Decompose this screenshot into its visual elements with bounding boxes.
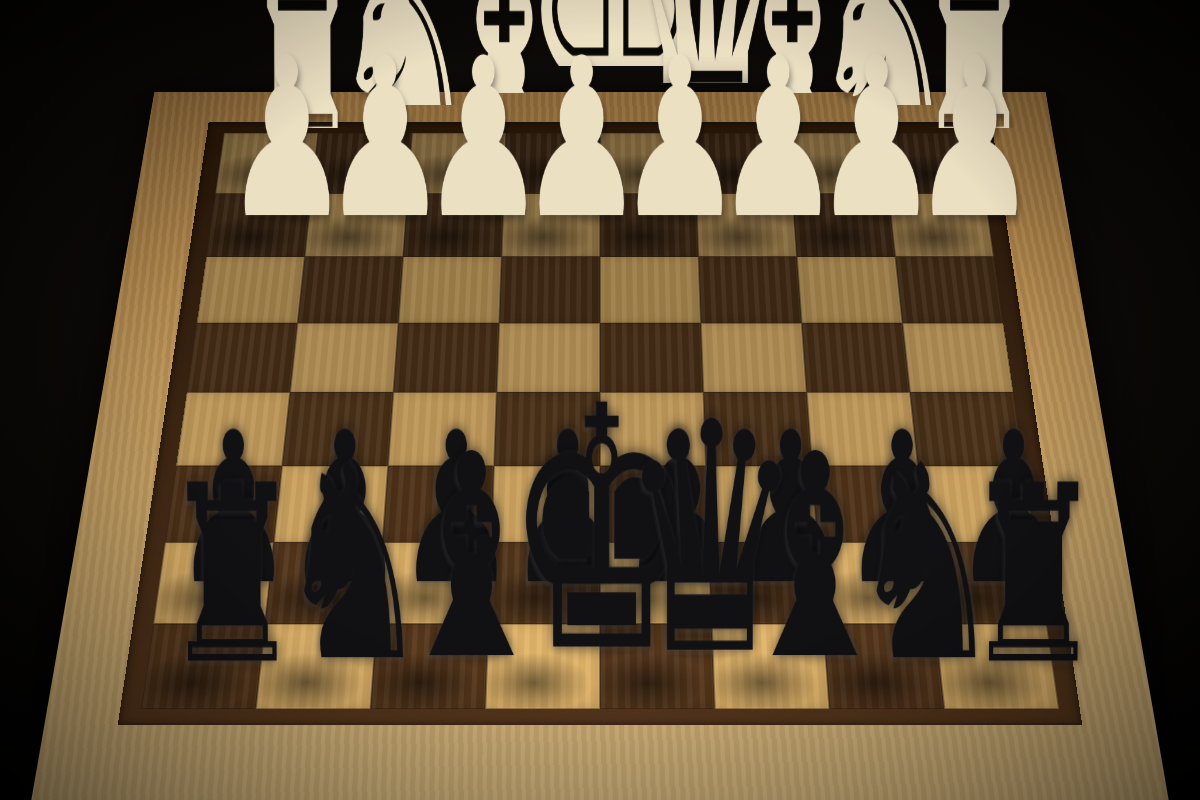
square-f4[interactable] [393,323,499,393]
piece-black-king[interactable]: ♚ [505,363,581,699]
piece-black-knight[interactable]: ♞ [848,429,924,698]
square-h2[interactable]: ♟ [206,193,311,256]
square-b3[interactable] [797,257,903,323]
piece-black-queen[interactable]: ♛ [619,381,695,698]
chessboard[interactable]: ♜♞♝♚♛♝♞♜♟♟♟♟♟♟♟♟♟♟♟♟♟♟♟♟♜♞♝♚♛♝♞♜ [141,133,1059,709]
piece-white-pawn[interactable]: ♟ [911,29,976,249]
piece-black-rook[interactable]: ♜ [963,453,1039,699]
square-h3[interactable] [197,257,305,323]
square-c3[interactable] [698,257,801,323]
piece-white-pawn[interactable]: ♟ [617,29,682,249]
piece-white-pawn[interactable]: ♟ [518,29,583,249]
piece-white-pawn[interactable]: ♟ [322,29,387,249]
piece-white-pawn[interactable]: ♟ [813,29,878,249]
square-b4[interactable] [802,323,910,393]
square-h8[interactable]: ♜ [141,623,265,709]
piece-white-pawn[interactable]: ♟ [223,29,288,249]
piece-white-pawn[interactable]: ♟ [420,29,485,249]
piece-black-bishop[interactable]: ♝ [734,418,810,699]
square-f3[interactable] [398,257,501,323]
square-h4[interactable] [187,323,298,393]
piece-black-knight[interactable]: ♞ [276,429,352,698]
board-frame: ♜♞♝♚♛♝♞♜♟♟♟♟♟♟♟♟♟♟♟♟♟♟♟♟♜♞♝♚♛♝♞♜ [21,92,1178,800]
board-inner-border: ♜♞♝♚♛♝♞♜♟♟♟♟♟♟♟♟♟♟♟♟♟♟♟♟♜♞♝♚♛♝♞♜ [118,122,1083,725]
photo-stage: ♜♞♝♚♛♝♞♜♟♟♟♟♟♟♟♟♟♟♟♟♟♟♟♟♜♞♝♚♛♝♞♜ [0,0,1200,800]
square-e3[interactable] [499,257,600,323]
piece-black-bishop[interactable]: ♝ [390,418,466,699]
square-g3[interactable] [298,257,404,323]
board-3d-wrapper: ♜♞♝♚♛♝♞♜♟♟♟♟♟♟♟♟♟♟♟♟♟♟♟♟♜♞♝♚♛♝♞♜ [21,92,1178,800]
square-a4[interactable] [902,323,1013,393]
square-d3[interactable] [600,257,701,323]
piece-white-pawn[interactable]: ♟ [715,29,780,249]
square-a3[interactable] [895,257,1003,323]
square-g4[interactable] [290,323,398,393]
piece-black-rook[interactable]: ♜ [161,453,237,699]
